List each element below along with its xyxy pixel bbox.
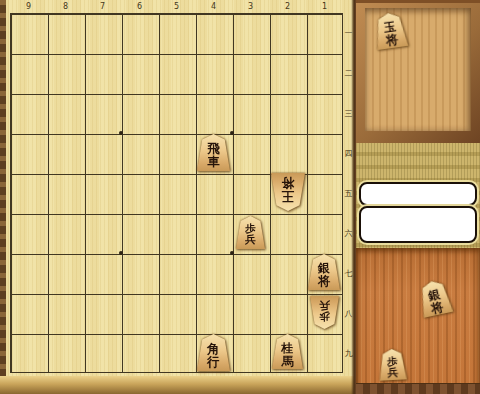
piece-kanji: 車 xyxy=(207,155,220,168)
piece-knight-2i[interactable]: 桂 馬 xyxy=(272,334,303,369)
sente-komadai[interactable]: 銀 将 歩 兵 xyxy=(356,248,480,394)
piece-kanji: 将 xyxy=(318,275,330,288)
piece-box-tray[interactable]: 玉 将 xyxy=(365,8,471,131)
piece-jeweled-king-box[interactable]: 玉 将 xyxy=(373,11,409,50)
star-point xyxy=(230,131,234,135)
piece-silver-1g[interactable]: 銀 将 xyxy=(308,254,340,290)
shogi-app: 9 8 7 6 5 4 3 2 1 一 二 三 四 五 六 七 八 九 xyxy=(0,0,480,394)
file-label: 7 xyxy=(84,0,121,13)
star-point xyxy=(230,251,234,255)
piece-kanji: 行 xyxy=(207,355,220,368)
piece-kanji: 兵 xyxy=(387,367,398,379)
side-panel: 玉 将 銀 将 歩 兵 xyxy=(356,0,480,394)
board-bottom-edge xyxy=(0,376,356,394)
piece-rook-4d[interactable]: 飛 車 xyxy=(197,134,230,171)
star-point xyxy=(119,251,123,255)
star-point xyxy=(119,131,123,135)
shogi-board: 9 8 7 6 5 4 3 2 1 一 二 三 四 五 六 七 八 九 xyxy=(0,0,356,394)
file-label: 6 xyxy=(121,0,158,13)
hand-piece-silver[interactable]: 銀 将 xyxy=(417,278,453,317)
file-labels: 9 8 7 6 5 4 3 2 1 xyxy=(10,0,343,13)
piece-bishop-4i[interactable]: 角 行 xyxy=(197,334,230,371)
piece-kanji: 将 xyxy=(385,33,399,47)
piece-king-2e-gote[interactable]: 王 将 xyxy=(271,173,305,211)
piece-kanji: 銀 xyxy=(318,262,330,275)
komadai-front-rail xyxy=(356,383,480,394)
piece-kanji: 兵 xyxy=(245,234,256,245)
file-label: 1 xyxy=(306,0,343,13)
piece-kanji: 馬 xyxy=(282,355,294,368)
piece-kanji: 将 xyxy=(430,300,444,315)
piece-box: 玉 将 xyxy=(356,0,480,143)
file-label: 3 xyxy=(232,0,269,13)
board-left-edge xyxy=(0,0,6,394)
piece-kanji: 王 xyxy=(282,190,295,203)
file-label: 8 xyxy=(47,0,84,13)
file-label: 4 xyxy=(195,0,232,13)
info-panel-top[interactable] xyxy=(359,182,477,206)
file-label: 9 xyxy=(10,0,47,13)
piece-kanji: 兵 xyxy=(319,300,330,311)
piece-pawn-1h-gote[interactable]: 歩 兵 xyxy=(310,296,339,329)
hand-piece-pawn[interactable]: 歩 兵 xyxy=(378,348,407,380)
piece-kanji: 桂 xyxy=(282,342,294,355)
file-label: 2 xyxy=(269,0,306,13)
piece-pawn-3f[interactable]: 歩 兵 xyxy=(236,216,265,249)
file-label: 5 xyxy=(158,0,195,13)
piece-kanji: 歩 xyxy=(319,311,330,322)
piece-kanji: 将 xyxy=(282,177,295,190)
info-panel-bottom[interactable] xyxy=(359,206,477,243)
